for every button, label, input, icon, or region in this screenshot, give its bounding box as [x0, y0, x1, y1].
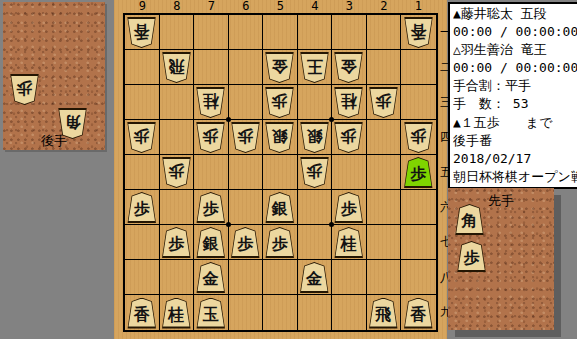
- square-6-8[interactable]: [229, 260, 264, 295]
- piece-kanji: 歩: [197, 128, 224, 144]
- square-5-8[interactable]: [263, 260, 298, 295]
- file-label-1: 1: [401, 0, 436, 13]
- square-1-3[interactable]: [401, 85, 436, 120]
- piece-kanji: 桂: [197, 93, 224, 109]
- square-2-8[interactable]: [367, 260, 402, 295]
- file-label-6: 6: [229, 0, 264, 13]
- square-6-9[interactable]: [229, 295, 264, 330]
- square-9-8[interactable]: [125, 260, 160, 295]
- square-9-3[interactable]: [125, 85, 160, 120]
- square-7-3[interactable]: 桂: [194, 85, 229, 120]
- square-4-4[interactable]: 銀: [298, 120, 333, 155]
- piece-kanji: 銀: [266, 128, 293, 144]
- piece-sente-歩[interactable]: 歩: [196, 192, 225, 223]
- piece-gote-歩[interactable]: 歩: [196, 122, 225, 153]
- piece-gote-歩[interactable]: 歩: [404, 122, 433, 153]
- piece-sente-桂[interactable]: 桂: [162, 298, 191, 329]
- square-8-9[interactable]: 桂: [160, 295, 195, 330]
- piece-kanji: 歩: [335, 128, 362, 144]
- square-5-4[interactable]: 銀: [263, 120, 298, 155]
- square-2-3[interactable]: 歩: [367, 85, 402, 120]
- piece-gote-角[interactable]: 角: [58, 108, 87, 139]
- file-label-2: 2: [367, 0, 402, 13]
- shogi-board: 香香飛金王金桂歩桂歩歩歩歩銀銀歩歩歩歩歩歩歩銀歩歩銀歩歩桂金金香桂玉飛香: [123, 13, 438, 332]
- square-2-9[interactable]: 飛: [367, 295, 402, 330]
- piece-sente-香[interactable]: 香: [127, 298, 156, 329]
- square-2-7[interactable]: [367, 225, 402, 260]
- square-6-2[interactable]: [229, 50, 264, 85]
- info-line-5: 手合割：平手: [453, 77, 577, 95]
- square-4-7[interactable]: [298, 225, 333, 260]
- square-7-4[interactable]: 歩: [194, 120, 229, 155]
- piece-kanji: 歩: [163, 163, 190, 179]
- piece-sente-歩[interactable]: 歩: [231, 227, 260, 258]
- square-5-9[interactable]: [263, 295, 298, 330]
- square-3-3[interactable]: 桂: [332, 85, 367, 120]
- hoshi-dot: [329, 222, 334, 227]
- piece-kanji: 飛: [163, 58, 190, 74]
- square-9-9[interactable]: 香: [125, 295, 160, 330]
- square-7-2[interactable]: [194, 50, 229, 85]
- piece-kanji: 歩: [11, 80, 38, 96]
- square-5-6[interactable]: 銀: [263, 190, 298, 225]
- piece-kanji: 歩: [266, 236, 293, 252]
- square-9-1[interactable]: 香: [125, 15, 160, 50]
- piece-gote-王[interactable]: 王: [300, 52, 329, 83]
- piece-sente-角[interactable]: 角: [455, 204, 484, 235]
- piece-kanji: 歩: [266, 93, 293, 109]
- square-6-5[interactable]: [229, 155, 264, 190]
- file-label-3: 3: [332, 0, 367, 13]
- piece-sente-銀[interactable]: 銀: [265, 192, 294, 223]
- piece-sente-歩[interactable]: 歩: [334, 192, 363, 223]
- piece-gote-金[interactable]: 金: [334, 52, 363, 83]
- square-2-6[interactable]: [367, 190, 402, 225]
- piece-sente-歩[interactable]: 歩: [265, 227, 294, 258]
- piece-gote-歩[interactable]: 歩: [265, 87, 294, 118]
- info-line-2: 00:00 / 00:00:00: [453, 23, 577, 41]
- square-4-9[interactable]: [298, 295, 333, 330]
- piece-kanji: 歩: [335, 201, 362, 217]
- square-1-8[interactable]: [401, 260, 436, 295]
- piece-sente-桂[interactable]: 桂: [334, 227, 363, 258]
- gote-hand-pieces: 歩角: [3, 2, 105, 150]
- piece-gote-歩[interactable]: 歩: [127, 122, 156, 153]
- piece-gote-歩[interactable]: 歩: [300, 157, 329, 188]
- piece-gote-銀[interactable]: 銀: [300, 122, 329, 153]
- square-3-9[interactable]: [332, 295, 367, 330]
- piece-kanji: 飛: [370, 307, 397, 323]
- piece-sente-歩[interactable]: 歩: [127, 192, 156, 223]
- hoshi-dot: [226, 117, 231, 122]
- piece-kanji: 香: [405, 307, 432, 323]
- piece-kanji: 桂: [335, 236, 362, 252]
- gote-captured-panel: 歩角 後手: [3, 2, 105, 150]
- square-1-4[interactable]: 歩: [401, 120, 436, 155]
- piece-kanji: 歩: [405, 166, 432, 182]
- info-line-1: ▲藤井聡太 五段: [453, 5, 577, 23]
- piece-sente-飛[interactable]: 飛: [369, 298, 398, 329]
- square-2-1[interactable]: [367, 15, 402, 50]
- board-panel: 987654321 一二三四五六七八九 香香飛金王金桂歩桂歩歩歩歩銀銀歩歩歩歩歩…: [114, 0, 447, 339]
- piece-sente-玉[interactable]: 玉: [196, 298, 225, 329]
- piece-sente-金[interactable]: 金: [196, 262, 225, 293]
- piece-kanji: 金: [266, 58, 293, 74]
- square-4-8[interactable]: 金: [298, 260, 333, 295]
- piece-kanji: 歩: [458, 250, 485, 266]
- piece-gote-桂[interactable]: 桂: [334, 87, 363, 118]
- square-4-3[interactable]: [298, 85, 333, 120]
- square-5-1[interactable]: [263, 15, 298, 50]
- piece-kanji: 金: [197, 271, 224, 287]
- piece-sente-金[interactable]: 金: [300, 262, 329, 293]
- piece-kanji: 王: [301, 58, 328, 74]
- piece-gote-歩[interactable]: 歩: [162, 157, 191, 188]
- piece-kanji: 角: [59, 114, 86, 130]
- piece-gote-飛[interactable]: 飛: [162, 52, 191, 83]
- square-8-3[interactable]: [160, 85, 195, 120]
- square-2-4[interactable]: [367, 120, 402, 155]
- square-8-4[interactable]: [160, 120, 195, 155]
- square-3-7[interactable]: 桂: [332, 225, 367, 260]
- piece-kanji: 銀: [266, 201, 293, 217]
- square-9-2[interactable]: [125, 50, 160, 85]
- square-9-6[interactable]: 歩: [125, 190, 160, 225]
- piece-gote-銀[interactable]: 銀: [265, 122, 294, 153]
- square-3-8[interactable]: [332, 260, 367, 295]
- square-7-8[interactable]: 金: [194, 260, 229, 295]
- piece-kanji: 玉: [197, 307, 224, 323]
- square-9-7[interactable]: [125, 225, 160, 260]
- square-8-7[interactable]: 歩: [160, 225, 195, 260]
- piece-gote-香[interactable]: 香: [127, 17, 156, 48]
- square-1-9[interactable]: 香: [401, 295, 436, 330]
- kifu-viewer-window: 歩角 後手 987654321 一二三四五六七八九 香香飛金王金桂歩桂歩歩歩歩銀…: [0, 0, 577, 339]
- piece-gote-歩[interactable]: 歩: [10, 74, 39, 105]
- square-2-2[interactable]: [367, 50, 402, 85]
- piece-kanji: 銀: [197, 236, 224, 252]
- piece-gote-歩[interactable]: 歩: [334, 122, 363, 153]
- square-6-3[interactable]: [229, 85, 264, 120]
- square-5-5[interactable]: [263, 155, 298, 190]
- square-1-6[interactable]: [401, 190, 436, 225]
- info-line-7: ▲１五歩 まで: [453, 114, 577, 132]
- piece-kanji: 金: [301, 271, 328, 287]
- piece-gote-歩[interactable]: 歩: [369, 87, 398, 118]
- square-4-6[interactable]: [298, 190, 333, 225]
- square-1-2[interactable]: [401, 50, 436, 85]
- piece-sente-歩[interactable]: 歩: [457, 241, 486, 272]
- square-3-5[interactable]: [332, 155, 367, 190]
- square-8-8[interactable]: [160, 260, 195, 295]
- square-5-3[interactable]: 歩: [263, 85, 298, 120]
- square-3-2[interactable]: 金: [332, 50, 367, 85]
- square-8-2[interactable]: 飛: [160, 50, 195, 85]
- square-7-7[interactable]: 銀: [194, 225, 229, 260]
- info-line-4: 00:00 / 00:00:00: [453, 59, 577, 77]
- file-label-9: 9: [125, 0, 160, 13]
- piece-kanji: 香: [128, 23, 155, 39]
- piece-sente-歩[interactable]: 歩: [162, 227, 191, 258]
- piece-kanji: 歩: [128, 201, 155, 217]
- square-6-6[interactable]: [229, 190, 264, 225]
- info-line-8: 後手番: [453, 132, 577, 150]
- square-8-6[interactable]: [160, 190, 195, 225]
- gote-label: 後手: [3, 132, 105, 150]
- square-8-5[interactable]: 歩: [160, 155, 195, 190]
- square-8-1[interactable]: [160, 15, 195, 50]
- square-4-1[interactable]: [298, 15, 333, 50]
- piece-kanji: 歩: [301, 163, 328, 179]
- file-label-7: 7: [194, 0, 229, 13]
- square-9-4[interactable]: 歩: [125, 120, 160, 155]
- square-6-1[interactable]: [229, 15, 264, 50]
- piece-gote-歩[interactable]: 歩: [231, 122, 260, 153]
- square-3-1[interactable]: [332, 15, 367, 50]
- piece-sente-銀[interactable]: 銀: [196, 227, 225, 258]
- square-3-4[interactable]: 歩: [332, 120, 367, 155]
- square-3-6[interactable]: 歩: [332, 190, 367, 225]
- info-line-6: 手 数： 53: [453, 95, 577, 113]
- square-1-5[interactable]: 歩: [401, 155, 436, 190]
- square-1-7[interactable]: [401, 225, 436, 260]
- piece-kanji: 香: [405, 23, 432, 39]
- square-2-5[interactable]: [367, 155, 402, 190]
- info-line-3: △羽生善治 竜王: [453, 41, 577, 59]
- info-line-10: 朝日杯将棋オープン戦: [453, 168, 577, 186]
- hoshi-dot: [226, 222, 231, 227]
- square-4-5[interactable]: 歩: [298, 155, 333, 190]
- file-label-8: 8: [160, 0, 195, 13]
- square-7-9[interactable]: 玉: [194, 295, 229, 330]
- info-panel: ▲藤井聡太 五段00:00 / 00:00:00△羽生善治 竜王00:00 / …: [448, 2, 577, 189]
- piece-kanji: 歩: [197, 201, 224, 217]
- piece-sente-香[interactable]: 香: [404, 298, 433, 329]
- piece-kanji: 金: [335, 58, 362, 74]
- piece-sente-歩[interactable]: 歩: [404, 157, 433, 188]
- piece-kanji: 歩: [232, 236, 259, 252]
- file-label-4: 4: [298, 0, 333, 13]
- square-5-7[interactable]: 歩: [263, 225, 298, 260]
- file-label-5: 5: [263, 0, 298, 13]
- square-7-6[interactable]: 歩: [194, 190, 229, 225]
- piece-kanji: 香: [128, 307, 155, 323]
- piece-kanji: 角: [456, 213, 483, 229]
- piece-gote-桂[interactable]: 桂: [196, 87, 225, 118]
- piece-kanji: 歩: [232, 128, 259, 144]
- piece-kanji: 歩: [163, 236, 190, 252]
- square-6-4[interactable]: 歩: [229, 120, 264, 155]
- piece-kanji: 桂: [163, 307, 190, 323]
- piece-kanji: 歩: [370, 93, 397, 109]
- square-9-5[interactable]: [125, 155, 160, 190]
- square-6-7[interactable]: 歩: [229, 225, 264, 260]
- square-1-1[interactable]: 香: [401, 15, 436, 50]
- piece-kanji: 歩: [128, 128, 155, 144]
- square-4-2[interactable]: 王: [298, 50, 333, 85]
- sente-captured-panel: 先手 角歩: [448, 188, 554, 330]
- piece-kanji: 銀: [301, 128, 328, 144]
- piece-kanji: 桂: [335, 93, 362, 109]
- piece-gote-金[interactable]: 金: [265, 52, 294, 83]
- piece-kanji: 歩: [405, 128, 432, 144]
- square-7-5[interactable]: [194, 155, 229, 190]
- hoshi-dot: [329, 117, 334, 122]
- info-line-9: 2018/02/17: [453, 150, 577, 168]
- square-7-1[interactable]: [194, 15, 229, 50]
- square-5-2[interactable]: 金: [263, 50, 298, 85]
- piece-gote-香[interactable]: 香: [404, 17, 433, 48]
- sente-hand-pieces: 角歩: [448, 188, 554, 330]
